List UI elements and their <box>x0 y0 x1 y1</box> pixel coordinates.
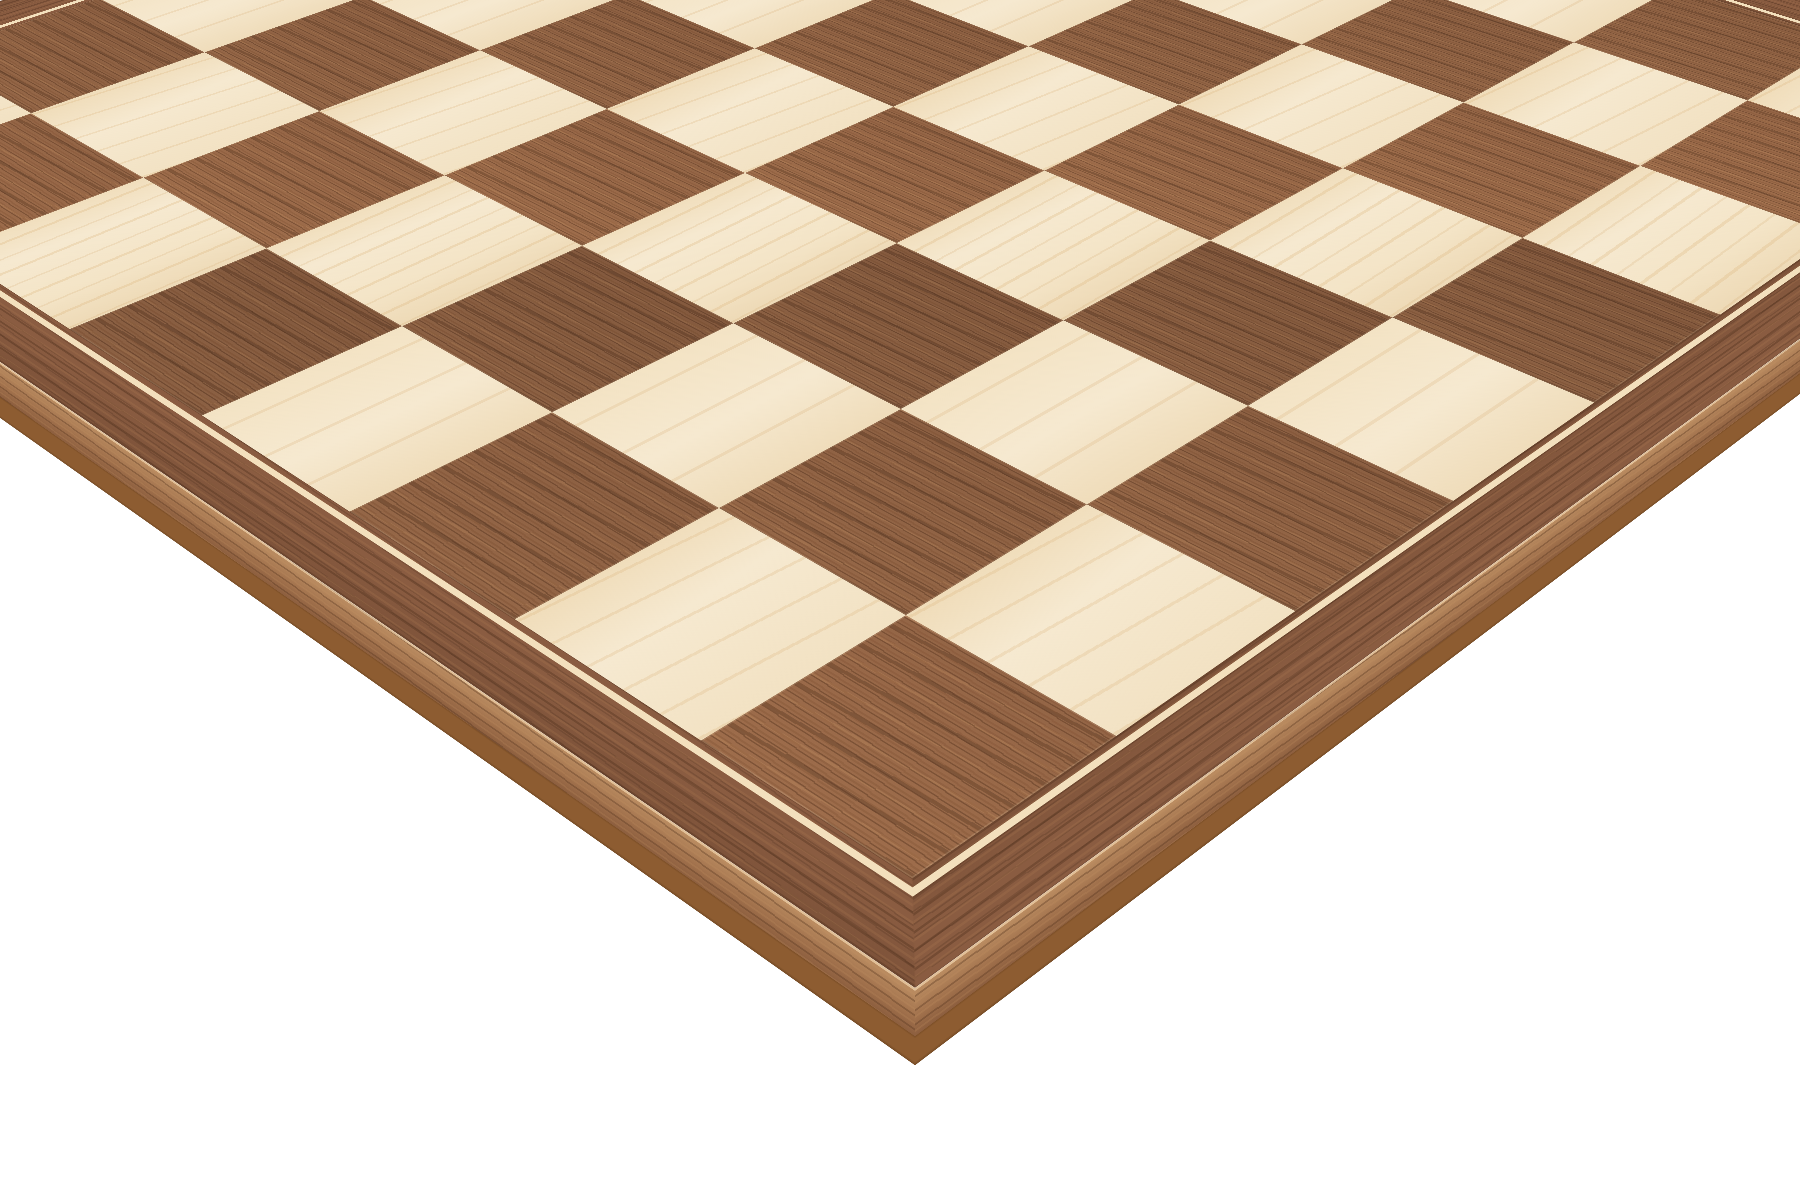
board-top-surface <box>0 0 1800 988</box>
playing-field <box>0 0 1800 878</box>
scene-viewport <box>0 0 1800 1200</box>
photo-canvas <box>0 0 1800 1200</box>
